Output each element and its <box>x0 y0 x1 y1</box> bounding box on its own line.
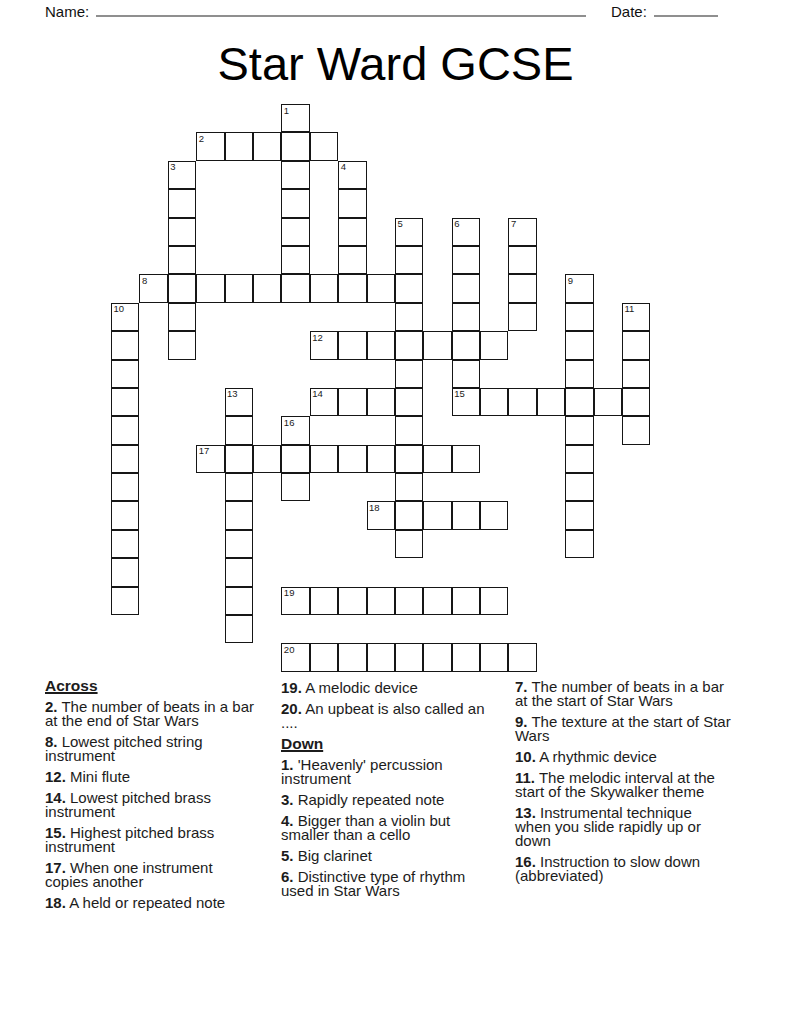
cell-number-7: 7 <box>511 219 516 229</box>
grid-cell-r7c10 <box>395 303 423 331</box>
grid-cell-r9c16 <box>565 360 593 388</box>
grid-blank <box>594 303 622 331</box>
grid-cell-r10c7: 14 <box>310 388 338 416</box>
grid-cell-r8c13 <box>480 331 508 359</box>
date-label: Date: <box>611 3 647 20</box>
grid-blank <box>253 331 281 359</box>
grid-blank <box>253 558 281 586</box>
grid-blank <box>537 331 565 359</box>
grid-blank <box>480 104 508 132</box>
grid-cell-r4c8 <box>338 218 366 246</box>
clue-text: Mini flute <box>70 768 130 785</box>
grid-blank <box>310 104 338 132</box>
grid-blank <box>310 189 338 217</box>
grid-blank <box>310 530 338 558</box>
grid-cell-r1c3: 2 <box>196 132 224 160</box>
grid-cell-r6c1: 8 <box>139 274 167 302</box>
clue-down-5: 5. Big clarinet <box>281 849 488 863</box>
grid-blank <box>423 473 451 501</box>
grid-cell-r11c6: 16 <box>281 416 309 444</box>
grid-blank <box>168 132 196 160</box>
grid-cell-r8c12 <box>452 331 480 359</box>
grid-cell-r10c8 <box>338 388 366 416</box>
grid-cell-r17c4 <box>225 587 253 615</box>
grid-blank <box>565 218 593 246</box>
clue-across-12: 12. Mini flute <box>45 770 257 784</box>
grid-blank <box>622 132 650 160</box>
grid-blank <box>225 104 253 132</box>
grid-blank <box>253 473 281 501</box>
grid-cell-r5c10 <box>395 246 423 274</box>
grid-blank <box>452 189 480 217</box>
clue-down-9: 9. The texture at the start of Star Wars <box>515 715 731 743</box>
grid-blank <box>622 615 650 643</box>
grid-blank <box>139 473 167 501</box>
grid-cell-r9c12 <box>452 360 480 388</box>
clue-number: 18. <box>45 894 66 911</box>
grid-cell-r19c9 <box>367 643 395 671</box>
grid-cell-r17c9 <box>367 587 395 615</box>
grid-cell-r3c8 <box>338 189 366 217</box>
grid-blank <box>196 530 224 558</box>
grid-blank <box>225 246 253 274</box>
grid-blank <box>537 132 565 160</box>
grid-cell-r14c11 <box>423 501 451 529</box>
grid-cell-r7c16 <box>565 303 593 331</box>
cell-number-18: 18 <box>369 503 380 513</box>
clue-text: Lowest pitched string instrument <box>45 733 203 764</box>
grid-blank <box>622 473 650 501</box>
grid-blank <box>622 643 650 671</box>
grid-cell-r10c10 <box>395 388 423 416</box>
clue-text: Instrumental technique when you slide ra… <box>515 804 701 849</box>
clue-down-3: 3. Rapidly repeated note <box>281 793 488 807</box>
grid-blank <box>537 530 565 558</box>
clue-across-19: 19. A melodic device <box>281 681 488 695</box>
grid-blank <box>423 558 451 586</box>
clue-text: Highest pitched brass instrument <box>45 824 214 855</box>
grid-blank <box>338 416 366 444</box>
clue-text: The melodic interval at the start of the… <box>515 769 715 800</box>
clue-number: 19. <box>281 679 302 696</box>
cell-number-9: 9 <box>568 276 573 286</box>
grid-cell-r14c10 <box>395 501 423 529</box>
grid-blank <box>367 189 395 217</box>
grid-cell-r17c13 <box>480 587 508 615</box>
cell-number-13: 13 <box>227 389 238 399</box>
grid-blank <box>139 416 167 444</box>
grid-cell-r6c5 <box>253 274 281 302</box>
grid-blank <box>622 189 650 217</box>
grid-blank <box>622 161 650 189</box>
grid-blank <box>622 104 650 132</box>
grid-blank <box>196 331 224 359</box>
grid-blank <box>139 218 167 246</box>
grid-blank <box>139 104 167 132</box>
grid-cell-r8c18 <box>622 331 650 359</box>
grid-blank <box>253 615 281 643</box>
grid-blank <box>508 615 536 643</box>
cell-number-14: 14 <box>312 389 323 399</box>
grid-cell-r10c17 <box>594 388 622 416</box>
grid-blank <box>594 416 622 444</box>
grid-blank <box>565 615 593 643</box>
grid-cell-r12c11 <box>423 445 451 473</box>
across-clues-column: Across 2. The number of beats in a bar a… <box>45 679 257 917</box>
grid-blank <box>168 360 196 388</box>
clue-number: 10. <box>515 748 536 765</box>
cell-number-19: 19 <box>284 588 295 598</box>
grid-blank <box>508 501 536 529</box>
clue-number: 5. <box>281 847 294 864</box>
grid-cell-r17c6: 19 <box>281 587 309 615</box>
grid-blank <box>253 246 281 274</box>
grid-cell-r15c16 <box>565 530 593 558</box>
grid-blank <box>594 615 622 643</box>
grid-blank <box>310 218 338 246</box>
grid-cell-r6c12 <box>452 274 480 302</box>
grid-blank <box>338 132 366 160</box>
clue-text: A held or repeated note <box>69 894 225 911</box>
grid-cell-r17c11 <box>423 587 451 615</box>
grid-blank <box>196 303 224 331</box>
grid-cell-r4c6 <box>281 218 309 246</box>
grid-blank <box>367 473 395 501</box>
cell-number-20: 20 <box>284 645 295 655</box>
grid-cell-r14c0 <box>111 501 139 529</box>
grid-cell-r11c16 <box>565 416 593 444</box>
grid-blank <box>367 132 395 160</box>
grid-blank <box>310 161 338 189</box>
grid-cell-r4c12: 6 <box>452 218 480 246</box>
grid-cell-r6c3 <box>196 274 224 302</box>
grid-cell-r17c8 <box>338 587 366 615</box>
grid-blank <box>423 189 451 217</box>
grid-blank <box>310 360 338 388</box>
grid-blank <box>253 587 281 615</box>
grid-cell-r11c0 <box>111 416 139 444</box>
grid-blank <box>168 473 196 501</box>
grid-cell-r14c4 <box>225 501 253 529</box>
grid-blank <box>139 132 167 160</box>
grid-cell-r5c14 <box>508 246 536 274</box>
grid-blank <box>537 643 565 671</box>
grid-cell-r4c14: 7 <box>508 218 536 246</box>
grid-cell-r8c7: 12 <box>310 331 338 359</box>
cell-number-17: 17 <box>199 446 210 456</box>
grid-cell-r8c10 <box>395 331 423 359</box>
grid-blank <box>253 189 281 217</box>
grid-blank <box>111 615 139 643</box>
clue-text: 'Heavenly' percussion instrument <box>281 756 443 787</box>
grid-cell-r5c6 <box>281 246 309 274</box>
grid-blank <box>565 161 593 189</box>
grid-blank <box>594 501 622 529</box>
clue-down-6: 6. Distinctive type of rhythm used in St… <box>281 870 488 898</box>
grid-cell-r5c8 <box>338 246 366 274</box>
grid-blank <box>367 303 395 331</box>
grid-blank <box>594 189 622 217</box>
clue-down-11: 11. The melodic interval at the start of… <box>515 771 731 799</box>
grid-cell-r6c6 <box>281 274 309 302</box>
grid-blank <box>367 558 395 586</box>
grid-blank <box>537 303 565 331</box>
grid-blank <box>253 360 281 388</box>
clue-across-2: 2. The number of beats in a bar at the e… <box>45 700 257 728</box>
grid-cell-r19c8 <box>338 643 366 671</box>
grid-blank <box>281 615 309 643</box>
grid-blank <box>508 473 536 501</box>
grid-cell-r5c2 <box>168 246 196 274</box>
grid-blank <box>139 445 167 473</box>
grid-cell-r7c0: 10 <box>111 303 139 331</box>
grid-blank <box>338 530 366 558</box>
grid-blank <box>594 643 622 671</box>
grid-blank <box>395 615 423 643</box>
grid-blank <box>310 473 338 501</box>
grid-blank <box>537 473 565 501</box>
grid-blank <box>537 416 565 444</box>
grid-cell-r3c2 <box>168 189 196 217</box>
grid-blank <box>480 161 508 189</box>
name-blank-line <box>96 15 586 17</box>
grid-blank <box>565 132 593 160</box>
grid-blank <box>139 246 167 274</box>
grid-blank <box>423 388 451 416</box>
grid-blank <box>423 218 451 246</box>
grid-cell-r16c0 <box>111 558 139 586</box>
clue-text: Big clarinet <box>298 847 372 864</box>
grid-blank <box>423 274 451 302</box>
clue-down-7: 7. The number of beats in a bar at the s… <box>515 680 731 708</box>
cell-number-2: 2 <box>199 134 204 144</box>
clue-across-15: 15. Highest pitched brass instrument <box>45 826 257 854</box>
grid-blank <box>139 303 167 331</box>
grid-blank <box>111 104 139 132</box>
grid-blank <box>281 388 309 416</box>
grid-blank <box>594 558 622 586</box>
grid-blank <box>565 189 593 217</box>
grid-blank <box>594 331 622 359</box>
grid-blank <box>508 530 536 558</box>
grid-blank <box>480 132 508 160</box>
grid-blank <box>508 416 536 444</box>
grid-blank <box>452 161 480 189</box>
cell-number-15: 15 <box>454 389 465 399</box>
grid-blank <box>480 558 508 586</box>
clue-down-1: 1. 'Heavenly' percussion instrument <box>281 758 488 786</box>
grid-blank <box>537 189 565 217</box>
grid-blank <box>537 161 565 189</box>
grid-blank <box>139 587 167 615</box>
cell-number-6: 6 <box>454 219 459 229</box>
grid-blank <box>111 218 139 246</box>
grid-cell-r4c10: 5 <box>395 218 423 246</box>
grid-blank <box>168 587 196 615</box>
cell-number-5: 5 <box>397 219 402 229</box>
grid-cell-r6c8 <box>338 274 366 302</box>
grid-blank <box>111 132 139 160</box>
clue-text: A melodic device <box>305 679 418 696</box>
grid-blank <box>367 218 395 246</box>
grid-cell-r6c9 <box>367 274 395 302</box>
grid-cell-r7c18: 11 <box>622 303 650 331</box>
grid-blank <box>253 530 281 558</box>
grid-cell-r7c2 <box>168 303 196 331</box>
grid-blank <box>253 104 281 132</box>
grid-blank <box>480 445 508 473</box>
grid-cell-r1c7 <box>310 132 338 160</box>
worksheet-page: Name: Date: Star Ward GCSE 1234567891011… <box>0 0 791 1024</box>
grid-blank <box>480 303 508 331</box>
cell-number-16: 16 <box>284 418 295 428</box>
grid-blank <box>622 530 650 558</box>
grid-cell-r18c4 <box>225 615 253 643</box>
grid-blank <box>480 246 508 274</box>
grid-blank <box>225 189 253 217</box>
grid-cell-r12c4 <box>225 445 253 473</box>
grid-cell-r8c0 <box>111 331 139 359</box>
grid-cell-r10c12: 15 <box>452 388 480 416</box>
grid-blank <box>139 501 167 529</box>
grid-cell-r19c13 <box>480 643 508 671</box>
grid-blank <box>594 473 622 501</box>
grid-cell-r8c11 <box>423 331 451 359</box>
grid-blank <box>594 161 622 189</box>
middle-clues-column: 19. A melodic device 20. An upbeat is al… <box>281 681 488 905</box>
grid-blank <box>423 246 451 274</box>
name-label: Name: <box>45 3 89 20</box>
grid-blank <box>196 161 224 189</box>
grid-cell-r6c4 <box>225 274 253 302</box>
grid-cell-r12c6 <box>281 445 309 473</box>
grid-cell-r16c4 <box>225 558 253 586</box>
grid-blank <box>139 643 167 671</box>
grid-blank <box>423 530 451 558</box>
grid-blank <box>281 558 309 586</box>
grid-blank <box>139 615 167 643</box>
grid-cell-r1c6 <box>281 132 309 160</box>
grid-blank <box>537 218 565 246</box>
down-heading: Down <box>281 737 488 751</box>
grid-cell-r15c10 <box>395 530 423 558</box>
cell-number-10: 10 <box>114 304 125 314</box>
grid-blank <box>452 558 480 586</box>
grid-blank <box>423 360 451 388</box>
clue-text: A rhythmic device <box>539 748 657 765</box>
grid-blank <box>367 416 395 444</box>
grid-blank <box>310 246 338 274</box>
grid-blank <box>253 643 281 671</box>
grid-blank <box>225 218 253 246</box>
cell-number-12: 12 <box>312 333 323 343</box>
grid-blank <box>310 558 338 586</box>
grid-blank <box>338 104 366 132</box>
grid-blank <box>423 132 451 160</box>
grid-blank <box>196 615 224 643</box>
grid-cell-r7c12 <box>452 303 480 331</box>
grid-blank <box>168 615 196 643</box>
grid-blank <box>508 104 536 132</box>
grid-cell-r19c7 <box>310 643 338 671</box>
grid-blank <box>310 416 338 444</box>
clue-text: The number of beats in a bar at the star… <box>515 678 724 709</box>
grid-cell-r14c9: 18 <box>367 501 395 529</box>
grid-blank <box>508 445 536 473</box>
grid-blank <box>168 104 196 132</box>
grid-blank <box>480 615 508 643</box>
grid-cell-r8c16 <box>565 331 593 359</box>
grid-cell-r2c2: 3 <box>168 161 196 189</box>
clue-text: Lowest pitched brass instrument <box>45 789 211 820</box>
grid-blank <box>196 246 224 274</box>
grid-blank <box>622 445 650 473</box>
grid-cell-r14c16 <box>565 501 593 529</box>
grid-blank <box>281 303 309 331</box>
clue-number: 12. <box>45 768 66 785</box>
grid-blank <box>622 218 650 246</box>
grid-blank <box>395 104 423 132</box>
grid-blank <box>594 530 622 558</box>
grid-cell-r10c4: 13 <box>225 388 253 416</box>
grid-blank <box>253 501 281 529</box>
clue-text: The number of beats in a bar at the end … <box>45 698 254 729</box>
grid-cell-r6c16: 9 <box>565 274 593 302</box>
grid-blank <box>452 530 480 558</box>
grid-blank <box>338 360 366 388</box>
grid-cell-r13c6 <box>281 473 309 501</box>
grid-cell-r8c8 <box>338 331 366 359</box>
across-heading: Across <box>45 679 257 693</box>
grid-cell-r19c14 <box>508 643 536 671</box>
grid-blank <box>537 274 565 302</box>
grid-blank <box>225 643 253 671</box>
grid-blank <box>196 473 224 501</box>
grid-cell-r12c8 <box>338 445 366 473</box>
grid-cell-r10c14 <box>508 388 536 416</box>
grid-blank <box>537 360 565 388</box>
grid-blank <box>253 416 281 444</box>
grid-blank <box>565 643 593 671</box>
grid-blank <box>196 416 224 444</box>
clue-text: Instruction to slow down (abbreviated) <box>515 853 700 884</box>
grid-blank <box>594 360 622 388</box>
grid-blank <box>139 189 167 217</box>
grid-cell-r9c18 <box>622 360 650 388</box>
grid-cell-r12c7 <box>310 445 338 473</box>
grid-cell-r12c9 <box>367 445 395 473</box>
grid-blank <box>367 530 395 558</box>
grid-blank <box>480 218 508 246</box>
clue-text: Distinctive type of rhythm used in Star … <box>281 868 465 899</box>
grid-blank <box>537 558 565 586</box>
cell-number-4: 4 <box>341 162 346 172</box>
grid-blank <box>111 274 139 302</box>
grid-cell-r10c13 <box>480 388 508 416</box>
grid-cell-r13c16 <box>565 473 593 501</box>
grid-blank <box>310 501 338 529</box>
clue-across-20: 20. An upbeat is also called an .... <box>281 702 488 730</box>
grid-blank <box>253 218 281 246</box>
grid-blank <box>196 388 224 416</box>
grid-blank <box>225 331 253 359</box>
grid-cell-r6c7 <box>310 274 338 302</box>
grid-blank <box>508 558 536 586</box>
grid-cell-r5c12 <box>452 246 480 274</box>
grid-blank <box>196 218 224 246</box>
grid-blank <box>338 615 366 643</box>
grid-blank <box>537 587 565 615</box>
